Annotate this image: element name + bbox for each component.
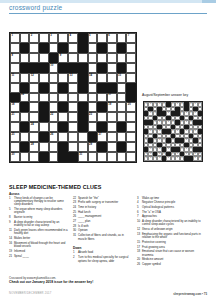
footer-issue-date: NOVEMBER/DECEMBER 2017 — [9, 292, 51, 295]
clue-number-18: 18 — [11, 103, 14, 106]
clue-number-17: 17 — [108, 93, 111, 96]
cell-10-1[interactable] — [20, 132, 30, 142]
clue-number-29: 29 — [89, 143, 92, 146]
down-label: Down — [73, 246, 133, 250]
clue-item-text: Collection of fibers and strands, as in … — [78, 234, 133, 241]
cell-1-4[interactable] — [49, 43, 59, 53]
cell-12-7[interactable]: 31 — [78, 152, 88, 162]
clue-number-15: 15 — [118, 74, 121, 77]
clue-column-2: 22Spanish for "the"23Prefix with surgery… — [73, 197, 137, 268]
clue-item-text: The organ where many sleep disorders ori… — [14, 208, 69, 215]
cell-10-7[interactable] — [78, 132, 88, 142]
cell-0-5[interactable] — [58, 33, 68, 43]
cell-4-6[interactable]: 13 — [68, 73, 78, 83]
block-cell-1-11 — [117, 43, 127, 53]
clue-item: 27____ plan — [73, 220, 133, 223]
cell-4-1[interactable] — [20, 73, 30, 83]
cell-7-8[interactable] — [88, 102, 98, 112]
cell-9-0[interactable] — [10, 122, 20, 132]
clue-number-8: 8 — [11, 54, 13, 57]
cell-0-10[interactable]: 6 — [107, 33, 117, 43]
cell-8-8[interactable]: 23 — [88, 112, 98, 122]
clue-item-text: A sleep disorder characterized by an ina… — [14, 221, 69, 228]
clue-number-19: 19 — [108, 103, 111, 106]
cell-4-3[interactable] — [39, 73, 49, 83]
block-cell-3-9 — [97, 63, 107, 73]
cell-8-6[interactable] — [68, 112, 78, 122]
cell-4-2[interactable]: 12 — [29, 73, 39, 83]
magazine-page: { "game": "crossword", "page": { "header… — [0, 0, 216, 300]
cell-11-8[interactable]: 29 — [88, 142, 98, 152]
block-cell-2-4 — [49, 53, 59, 63]
cell-9-4[interactable] — [49, 122, 59, 132]
block-cell-6-12 — [126, 93, 136, 103]
clue-number-3: 3 — [50, 34, 52, 37]
cell-2-2[interactable] — [29, 53, 39, 63]
block-cell-11-1 — [20, 142, 30, 152]
clue-number-30: 30 — [11, 153, 14, 156]
clue-item-text: Emphasizing the organic and functional p… — [142, 233, 205, 240]
block-cell-3-11 — [117, 63, 127, 73]
cell-2-11[interactable] — [117, 53, 127, 63]
cell-7-11[interactable] — [117, 102, 127, 112]
cell-9-6[interactable] — [68, 122, 78, 132]
block-cell-1-5 — [58, 43, 68, 53]
block-cell-12-3 — [39, 152, 49, 162]
block-cell-7-7 — [78, 102, 88, 112]
top-accent-bar-end — [202, 0, 216, 3]
clue-item: 15Protective covering — [137, 241, 205, 244]
clue-number-13: 13 — [70, 74, 73, 77]
cell-10-9[interactable]: 27 — [97, 132, 107, 142]
cell-2-6[interactable] — [68, 53, 78, 63]
cell-2-3[interactable] — [39, 53, 49, 63]
block-cell-9-5 — [58, 122, 68, 132]
cell-12-12[interactable] — [126, 152, 136, 162]
cell-0-6[interactable]: 4 — [68, 33, 78, 43]
block-cell-9-1 — [20, 122, 30, 132]
cell-4-11[interactable]: 15 — [117, 73, 127, 83]
cell-6-9[interactable] — [97, 93, 107, 103]
cell-12-11[interactable] — [117, 152, 127, 162]
block-cell-8-3 — [39, 112, 49, 122]
cell-5-4[interactable] — [49, 83, 59, 93]
cell-11-12[interactable] — [126, 142, 136, 152]
cell-8-11[interactable] — [117, 112, 127, 122]
block-cell-12-6 — [68, 152, 78, 162]
block-cell-4-7 — [78, 73, 88, 83]
cell-9-3[interactable] — [39, 122, 49, 132]
answer-key-grid — [143, 101, 203, 162]
block-cell-11-9 — [97, 142, 107, 152]
cell-5-11[interactable] — [117, 83, 127, 93]
clue-item-text: Emotional strain that can cause or worse… — [142, 250, 205, 257]
clue-number-14: 14 — [89, 74, 92, 77]
cell-6-7[interactable] — [78, 93, 88, 103]
cell-5-2[interactable] — [29, 83, 39, 93]
block-cell-5-3 — [39, 83, 49, 93]
cell-10-2[interactable] — [29, 132, 39, 142]
cell-6-5[interactable] — [58, 93, 68, 103]
clue-item: 19Informed — [9, 250, 69, 253]
clue-item: 2Turn to this medical specialty for surg… — [73, 256, 133, 263]
cell-8-1[interactable] — [20, 112, 30, 122]
cell-9-10[interactable] — [107, 122, 117, 132]
cell-10-5[interactable] — [58, 132, 68, 142]
cell-7-10[interactable]: 19 — [107, 102, 117, 112]
clue-number-9: 9 — [60, 54, 62, 57]
clue-item-text: Optical biological patterns — [142, 206, 205, 209]
clue-item: 13Emphasizing the organic and functional… — [137, 233, 205, 240]
block-cell-3-3 — [39, 63, 49, 73]
clue-number-20: 20 — [128, 103, 131, 106]
cell-0-9[interactable] — [97, 33, 107, 43]
block-cell-10-8 — [88, 132, 98, 142]
clue-column-3: 3Wake-up time4Negative Chinese principle… — [137, 197, 205, 268]
block-cell-1-9 — [97, 43, 107, 53]
cell-3-10[interactable] — [107, 63, 117, 73]
cell-7-2[interactable] — [29, 102, 39, 112]
clue-item-text: Informed — [14, 250, 69, 253]
cell-7-6[interactable] — [68, 102, 78, 112]
clue-number-24: 24 — [31, 123, 34, 126]
cell-6-4[interactable] — [49, 93, 59, 103]
cell-10-12[interactable] — [126, 132, 136, 142]
block-cell-9-11 — [117, 122, 127, 132]
clue-number-22: 22 — [50, 113, 53, 116]
clue-item-text: Makes better — [14, 237, 69, 240]
footer-site-page: sleepreviewmag.com • 75 — [173, 292, 207, 296]
clue-item: 9A sleep disorder characterized by an in… — [9, 221, 69, 228]
cell-8-5[interactable] — [58, 112, 68, 122]
cell-9-8[interactable] — [88, 122, 98, 132]
cell-4-5[interactable] — [58, 73, 68, 83]
cell-12-9[interactable] — [97, 152, 107, 162]
cell-10-11[interactable] — [117, 132, 127, 142]
cell-0-12[interactable]: 7 — [126, 33, 136, 43]
block-cell-9-9 — [97, 122, 107, 132]
cell-11-7[interactable] — [78, 142, 88, 152]
block-cell-12-5 — [58, 152, 68, 162]
clue-number-6: 6 — [108, 34, 110, 37]
cell-2-12[interactable] — [126, 53, 136, 63]
cell-6-2[interactable] — [29, 93, 39, 103]
clue-number-11: 11 — [11, 74, 14, 77]
clue-number-12: 12 — [31, 74, 34, 77]
block-cell-7-5 — [58, 102, 68, 112]
clue-number-1: 1 — [11, 34, 13, 37]
cell-0-11[interactable] — [117, 33, 127, 43]
cell-4-8[interactable]: 14 — [88, 73, 98, 83]
clue-item: 16Movement of blood through the heart an… — [9, 242, 69, 249]
cell-6-11[interactable] — [117, 93, 127, 103]
answer-key-promo: Check out our January 2018 issue for the… — [9, 280, 93, 284]
cell-12-10[interactable] — [107, 152, 117, 162]
cell-1-8[interactable] — [88, 43, 98, 53]
cell-11-3[interactable] — [39, 142, 49, 152]
cell-0-4[interactable]: 3 — [49, 33, 59, 43]
block-cell-3-5 — [58, 63, 68, 73]
clue-item-text: Turn to this medical specialty for surgi… — [78, 256, 133, 263]
cell-7-0[interactable]: 18 — [10, 102, 20, 112]
header-divider — [9, 13, 207, 14]
clue-item-text: ____ plan — [78, 220, 133, 223]
cell-7-4[interactable] — [49, 102, 59, 112]
block-cell-8-7 — [78, 112, 88, 122]
clue-number-10: 10 — [50, 64, 53, 67]
cell-0-8[interactable]: 5 — [88, 33, 98, 43]
top-accent-bar — [0, 0, 216, 3]
block-cell-5-9 — [97, 83, 107, 93]
clue-number-4: 4 — [70, 34, 72, 37]
cell-2-8[interactable] — [88, 53, 98, 63]
cell-12-2[interactable] — [29, 152, 39, 162]
answer-key-cell-12-12 — [198, 156, 202, 161]
block-cell-5-12 — [126, 83, 136, 93]
clue-columns: 1These kinds of changes can be complemen… — [9, 197, 205, 268]
clue-number-25: 25 — [11, 133, 14, 136]
clue-number-7: 7 — [128, 34, 130, 37]
clue-number-26: 26 — [50, 133, 53, 136]
cell-8-12[interactable] — [126, 112, 136, 122]
clue-item: 5Optical biological patterns — [137, 206, 205, 209]
block-cell-5-5 — [58, 83, 68, 93]
cell-2-5[interactable]: 9 — [58, 53, 68, 63]
block-cell-6-0 — [10, 93, 20, 103]
block-cell-5-1 — [20, 83, 30, 93]
block-cell-3-6 — [68, 63, 78, 73]
cell-9-2[interactable]: 24 — [29, 122, 39, 132]
cell-1-12[interactable] — [126, 43, 136, 53]
cell-12-1[interactable] — [20, 152, 30, 162]
cell-10-0[interactable]: 25 — [10, 132, 20, 142]
clue-number-5: 5 — [89, 34, 91, 37]
cell-2-10[interactable] — [107, 53, 117, 63]
block-cell-5-7 — [78, 83, 88, 93]
clue-item: 5The organ where many sleep disorders or… — [9, 208, 69, 215]
cell-6-3[interactable] — [39, 93, 49, 103]
clue-item-text: Protective covering — [142, 241, 205, 244]
cell-4-12[interactable] — [126, 73, 136, 83]
cell-1-2[interactable] — [29, 43, 39, 53]
block-cell-1-3 — [39, 43, 49, 53]
cell-2-9[interactable] — [97, 53, 107, 63]
crossword-grid: 1234567891011121314151617181920212223242… — [9, 32, 137, 163]
cell-6-6[interactable] — [68, 93, 78, 103]
clue-item: 14Makes better — [9, 237, 69, 240]
cell-0-0[interactable]: 1 — [10, 33, 20, 43]
cell-0-1[interactable] — [20, 33, 30, 43]
cell-4-9[interactable] — [97, 73, 107, 83]
cell-12-0[interactable]: 30 — [10, 152, 20, 162]
cell-8-10[interactable] — [107, 112, 117, 122]
block-cell-7-3 — [39, 102, 49, 112]
clue-item: 24Time in history — [73, 206, 133, 209]
block-cell-11-5 — [58, 142, 68, 152]
cell-12-4[interactable] — [49, 152, 59, 162]
clue-number-16: 16 — [21, 93, 24, 96]
cell-3-8[interactable] — [88, 63, 98, 73]
answer-key-title: August/September answer key — [142, 93, 208, 97]
cell-3-4[interactable]: 10 — [49, 63, 59, 73]
cell-0-3[interactable] — [39, 33, 49, 43]
across-label: Across — [9, 192, 20, 196]
cell-8-2[interactable] — [29, 112, 39, 122]
clue-column-1: 1These kinds of changes can be complemen… — [9, 197, 73, 268]
cell-6-8[interactable] — [88, 93, 98, 103]
clue-item-text: Movement of blood through the heart and … — [14, 242, 69, 249]
block-cell-3-2 — [29, 63, 39, 73]
clue-item: 26Copper symbol — [137, 263, 205, 266]
cell-4-0[interactable]: 11 — [10, 73, 20, 83]
clue-item-text: Spinal ____ — [14, 255, 69, 258]
section-title: crossword puzzle — [9, 4, 62, 11]
clue-item-text: These kinds of changes can be complement… — [14, 197, 69, 207]
clue-item-text: A sleep disorder characterized by an ina… — [142, 220, 205, 227]
block-cell-3-7 — [78, 63, 88, 73]
cell-1-6[interactable] — [68, 43, 78, 53]
cell-11-0[interactable] — [10, 142, 20, 152]
block-cell-0-7 — [78, 33, 88, 43]
cell-6-1[interactable]: 16 — [20, 93, 30, 103]
clue-item: 18Emotional strain that can cause or wor… — [137, 250, 205, 257]
clue-item-text: Copper symbol — [142, 263, 205, 266]
cell-3-12[interactable] — [126, 63, 136, 73]
cell-11-4[interactable] — [49, 142, 59, 152]
block-cell-9-7 — [78, 122, 88, 132]
cell-2-1[interactable] — [20, 53, 30, 63]
cell-5-6[interactable] — [68, 83, 78, 93]
cell-4-4[interactable] — [49, 73, 59, 83]
block-cell-3-1 — [20, 63, 30, 73]
clue-number-21: 21 — [11, 113, 14, 116]
clue-item-text: Dark green leaves often recommended in a… — [14, 229, 69, 236]
cell-10-10[interactable] — [107, 132, 117, 142]
cell-9-12[interactable] — [126, 122, 136, 132]
cell-1-0[interactable] — [10, 43, 20, 53]
cell-11-10[interactable] — [107, 142, 117, 152]
cell-5-0[interactable] — [10, 83, 20, 93]
block-cell-7-9 — [97, 102, 107, 112]
clue-number-27: 27 — [99, 133, 102, 136]
clue-item: 31Collection of fibers and strands, as i… — [73, 234, 133, 241]
cell-3-0[interactable] — [10, 63, 20, 73]
cell-8-9[interactable] — [97, 112, 107, 122]
cell-5-8[interactable] — [88, 83, 98, 93]
clue-number-2: 2 — [31, 34, 33, 37]
cell-0-2[interactable]: 2 — [29, 33, 39, 43]
clue-item: 10A sleep disorder characterized by an i… — [137, 220, 205, 227]
cell-10-6[interactable] — [68, 132, 78, 142]
cell-6-10[interactable]: 17 — [107, 93, 117, 103]
cell-8-4[interactable]: 22 — [49, 112, 59, 122]
clue-item-text: Time in history — [78, 206, 133, 209]
cell-8-0[interactable]: 21 — [10, 112, 20, 122]
clue-item: 21Spinal ____ — [9, 255, 69, 258]
cell-1-10[interactable] — [107, 43, 117, 53]
cell-12-8[interactable] — [88, 152, 98, 162]
clue-item: 1These kinds of changes can be complemen… — [9, 197, 69, 207]
block-cell-1-7 — [78, 43, 88, 53]
cell-7-12[interactable]: 20 — [126, 102, 136, 112]
clues-title: SLEEP MEDICINE-THEMED CLUES — [9, 184, 101, 190]
block-cell-11-11 — [117, 142, 127, 152]
cell-11-6[interactable] — [68, 142, 78, 152]
cell-2-7[interactable] — [78, 53, 88, 63]
block-cell-1-1 — [20, 43, 30, 53]
block-cell-10-3 — [39, 132, 49, 142]
cell-11-2[interactable]: 28 — [29, 142, 39, 152]
cell-10-4[interactable]: 26 — [49, 132, 59, 142]
cell-4-10[interactable] — [107, 73, 117, 83]
clue-number-31: 31 — [79, 153, 82, 156]
block-cell-7-1 — [20, 102, 30, 112]
clue-item: 11Dark green leaves often recommended in… — [9, 229, 69, 236]
cell-2-0[interactable]: 8 — [10, 53, 20, 63]
crossword-credit: Crossword by www.mykamediko.com. — [9, 276, 56, 280]
clue-number-23: 23 — [89, 113, 92, 116]
block-cell-5-10 — [107, 83, 117, 93]
clue-number-28: 28 — [31, 143, 34, 146]
